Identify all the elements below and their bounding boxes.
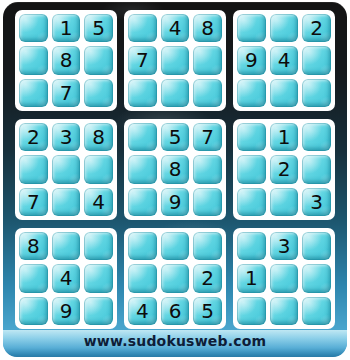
cell-r6c7[interactable] <box>237 188 266 216</box>
cell-r7c4[interactable] <box>128 232 157 260</box>
cell-r3c2[interactable]: 7 <box>52 79 81 107</box>
cell-r5c3[interactable] <box>84 155 113 183</box>
sudoku-board: 1587487294238745789123849246531 <box>3 2 347 329</box>
cell-r4c1[interactable]: 2 <box>19 123 48 151</box>
cell-r9c4[interactable]: 4 <box>128 297 157 325</box>
cell-r8c4[interactable] <box>128 264 157 292</box>
cell-r9c9[interactable] <box>302 297 331 325</box>
cell-r5c9[interactable] <box>302 155 331 183</box>
site-url[interactable]: www.sudokusweb.com <box>84 333 267 349</box>
cell-r8c1[interactable] <box>19 264 48 292</box>
cell-r8c6[interactable]: 2 <box>193 264 222 292</box>
cell-r6c4[interactable] <box>128 188 157 216</box>
cell-r5c1[interactable] <box>19 155 48 183</box>
box-2-2: 5789 <box>124 119 226 220</box>
cell-r8c5[interactable] <box>161 264 190 292</box>
cell-r9c8[interactable] <box>270 297 299 325</box>
cell-r1c4[interactable] <box>128 14 157 42</box>
cell-r8c8[interactable] <box>270 264 299 292</box>
cell-r1c3[interactable]: 5 <box>84 14 113 42</box>
cell-r1c6[interactable]: 8 <box>193 14 222 42</box>
cell-r9c5[interactable]: 6 <box>161 297 190 325</box>
cell-r2c9[interactable] <box>302 46 331 74</box>
cell-r4c5[interactable]: 5 <box>161 123 190 151</box>
box-2-3: 123 <box>233 119 335 220</box>
cell-r7c8[interactable]: 3 <box>270 232 299 260</box>
box-2-1: 23874 <box>15 119 117 220</box>
box-3-1: 849 <box>15 228 117 329</box>
cell-r1c2[interactable]: 1 <box>52 14 81 42</box>
cell-r7c1[interactable]: 8 <box>19 232 48 260</box>
cell-r3c6[interactable] <box>193 79 222 107</box>
cell-r8c9[interactable] <box>302 264 331 292</box>
cell-r7c5[interactable] <box>161 232 190 260</box>
cell-r2c1[interactable] <box>19 46 48 74</box>
box-3-2: 2465 <box>124 228 226 329</box>
cell-r9c3[interactable] <box>84 297 113 325</box>
cell-r1c1[interactable] <box>19 14 48 42</box>
cell-r5c7[interactable] <box>237 155 266 183</box>
cell-r6c3[interactable]: 4 <box>84 188 113 216</box>
cell-r5c6[interactable] <box>193 155 222 183</box>
cell-r6c9[interactable]: 3 <box>302 188 331 216</box>
cell-r2c5[interactable] <box>161 46 190 74</box>
cell-r3c5[interactable] <box>161 79 190 107</box>
sudoku-app: 1587487294238745789123849246531 www.sudo… <box>0 0 350 360</box>
cell-r4c4[interactable] <box>128 123 157 151</box>
cell-r7c6[interactable] <box>193 232 222 260</box>
cell-r6c6[interactable] <box>193 188 222 216</box>
cell-r7c9[interactable] <box>302 232 331 260</box>
cell-r4c3[interactable]: 8 <box>84 123 113 151</box>
cell-r2c3[interactable] <box>84 46 113 74</box>
cell-r5c4[interactable] <box>128 155 157 183</box>
cell-r3c3[interactable] <box>84 79 113 107</box>
cell-r7c2[interactable] <box>52 232 81 260</box>
cell-r4c9[interactable] <box>302 123 331 151</box>
cell-r7c3[interactable] <box>84 232 113 260</box>
cell-r5c8[interactable]: 2 <box>270 155 299 183</box>
cell-r2c4[interactable]: 7 <box>128 46 157 74</box>
cell-r2c7[interactable]: 9 <box>237 46 266 74</box>
cell-r8c3[interactable] <box>84 264 113 292</box>
box-3-3: 31 <box>233 228 335 329</box>
cell-r8c2[interactable]: 4 <box>52 264 81 292</box>
cell-r9c1[interactable] <box>19 297 48 325</box>
box-1-1: 1587 <box>15 10 117 111</box>
cell-r3c7[interactable] <box>237 79 266 107</box>
cell-r8c7[interactable]: 1 <box>237 264 266 292</box>
cell-r6c8[interactable] <box>270 188 299 216</box>
cell-r3c9[interactable] <box>302 79 331 107</box>
cell-r1c8[interactable] <box>270 14 299 42</box>
cell-r1c5[interactable]: 4 <box>161 14 190 42</box>
box-1-3: 294 <box>233 10 335 111</box>
site-footer: www.sudokusweb.com <box>3 330 347 357</box>
cell-r3c4[interactable] <box>128 79 157 107</box>
cell-r3c1[interactable] <box>19 79 48 107</box>
cell-r9c7[interactable] <box>237 297 266 325</box>
cell-r2c6[interactable] <box>193 46 222 74</box>
cell-r7c7[interactable] <box>237 232 266 260</box>
cell-r3c8[interactable] <box>270 79 299 107</box>
cell-r6c1[interactable]: 7 <box>19 188 48 216</box>
cell-r6c2[interactable] <box>52 188 81 216</box>
cell-r6c5[interactable]: 9 <box>161 188 190 216</box>
cell-r2c8[interactable]: 4 <box>270 46 299 74</box>
cell-r4c8[interactable]: 1 <box>270 123 299 151</box>
box-1-2: 487 <box>124 10 226 111</box>
cell-r9c6[interactable]: 5 <box>193 297 222 325</box>
cell-r5c2[interactable] <box>52 155 81 183</box>
cell-r4c2[interactable]: 3 <box>52 123 81 151</box>
cell-r4c6[interactable]: 7 <box>193 123 222 151</box>
board-frame: 1587487294238745789123849246531 www.sudo… <box>3 2 347 357</box>
cell-r1c7[interactable] <box>237 14 266 42</box>
cell-r1c9[interactable]: 2 <box>302 14 331 42</box>
cell-r4c7[interactable] <box>237 123 266 151</box>
cell-r9c2[interactable]: 9 <box>52 297 81 325</box>
cell-r2c2[interactable]: 8 <box>52 46 81 74</box>
cell-r5c5[interactable]: 8 <box>161 155 190 183</box>
